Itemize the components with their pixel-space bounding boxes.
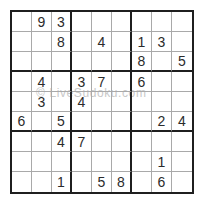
cell-r3c6[interactable] [112,52,132,72]
cell-r6c3[interactable]: 5 [52,112,72,132]
cell-r7c7[interactable] [132,132,152,152]
cell-r7c8[interactable] [152,132,172,152]
cell-r1c8[interactable] [152,12,172,32]
cell-r3c3[interactable] [52,52,72,72]
cell-r2c9[interactable] [172,32,192,52]
cell-r4c6[interactable] [112,72,132,92]
cell-r5c7[interactable] [132,92,152,112]
cell-r2c3[interactable]: 8 [52,32,72,52]
cell-r2c2[interactable] [32,32,52,52]
cell-r8c5[interactable] [92,152,112,172]
sudoku-screen: © LiveSudoku.com 93841385437634652447115… [0,0,200,200]
cell-r7c1[interactable] [12,132,32,152]
cell-r8c9[interactable] [172,152,192,172]
cell-r2c6[interactable] [112,32,132,52]
cell-r2c8[interactable]: 3 [152,32,172,52]
cell-r2c1[interactable] [12,32,32,52]
cell-r1c9[interactable] [172,12,192,32]
cell-r4c9[interactable] [172,72,192,92]
cell-r2c7[interactable]: 1 [132,32,152,52]
cell-r6c4[interactable] [72,112,92,132]
cell-r5c2[interactable]: 3 [32,92,52,112]
cell-r2c5[interactable]: 4 [92,32,112,52]
cell-r6c8[interactable]: 2 [152,112,172,132]
cell-r5c3[interactable] [52,92,72,112]
cell-r6c7[interactable] [132,112,152,132]
cell-r1c6[interactable] [112,12,132,32]
cell-r9c3[interactable]: 1 [52,172,72,192]
cell-r6c6[interactable] [112,112,132,132]
cell-r7c9[interactable] [172,132,192,152]
cell-r5c8[interactable] [152,92,172,112]
cell-r6c9[interactable]: 4 [172,112,192,132]
cell-r9c4[interactable] [72,172,92,192]
cell-r5c9[interactable] [172,92,192,112]
cell-r9c5[interactable]: 5 [92,172,112,192]
cell-r4c5[interactable]: 7 [92,72,112,92]
cell-r3c1[interactable] [12,52,32,72]
cell-r7c3[interactable]: 4 [52,132,72,152]
cell-r6c1[interactable]: 6 [12,112,32,132]
cell-r8c8[interactable]: 1 [152,152,172,172]
cell-r7c5[interactable] [92,132,112,152]
cell-r1c4[interactable] [72,12,92,32]
cell-r6c2[interactable] [32,112,52,132]
cell-r4c8[interactable] [152,72,172,92]
cell-r8c4[interactable] [72,152,92,172]
cell-r3c4[interactable] [72,52,92,72]
cell-r7c6[interactable] [112,132,132,152]
cell-r4c1[interactable] [12,72,32,92]
cell-r7c2[interactable] [32,132,52,152]
cell-r9c2[interactable] [32,172,52,192]
cell-r1c1[interactable] [12,12,32,32]
cell-r4c4[interactable]: 3 [72,72,92,92]
cell-r3c9[interactable]: 5 [172,52,192,72]
cell-r7c4[interactable]: 7 [72,132,92,152]
cell-r2c4[interactable] [72,32,92,52]
cell-r3c7[interactable]: 8 [132,52,152,72]
cell-r1c5[interactable] [92,12,112,32]
cell-r6c5[interactable] [92,112,112,132]
cell-r9c6[interactable]: 8 [112,172,132,192]
cell-r1c3[interactable]: 3 [52,12,72,32]
cell-r9c8[interactable]: 6 [152,172,172,192]
cell-r1c7[interactable] [132,12,152,32]
sudoku-board: 9384138543763465244711586 [10,10,194,194]
cell-r8c2[interactable] [32,152,52,172]
cell-r9c7[interactable] [132,172,152,192]
cell-r8c6[interactable] [112,152,132,172]
cell-r8c1[interactable] [12,152,32,172]
cell-r4c3[interactable] [52,72,72,92]
cell-r9c9[interactable] [172,172,192,192]
cell-r5c5[interactable] [92,92,112,112]
cell-r3c2[interactable] [32,52,52,72]
cell-r3c8[interactable] [152,52,172,72]
cell-r4c7[interactable]: 6 [132,72,152,92]
cell-r1c2[interactable]: 9 [32,12,52,32]
cell-r4c2[interactable]: 4 [32,72,52,92]
cell-r3c5[interactable] [92,52,112,72]
cell-r5c4[interactable]: 4 [72,92,92,112]
cell-r8c7[interactable] [132,152,152,172]
cell-r5c1[interactable] [12,92,32,112]
cell-r5c6[interactable] [112,92,132,112]
cell-r8c3[interactable] [52,152,72,172]
cell-r9c1[interactable] [12,172,32,192]
